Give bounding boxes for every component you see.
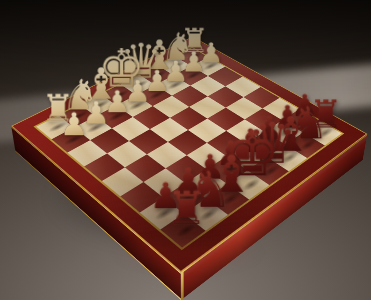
- chess-board[interactable]: ♜♞♝♛♚♝♞♜♟♟♟♟♟♟♟♟♟♟♟♟♟♟♟♟♜♞♝♛♚♝♞♜: [11, 37, 367, 273]
- piece-glyph: ♜: [151, 186, 222, 231]
- chess-photo-scene: ♜♞♝♛♚♝♞♜♟♟♟♟♟♟♟♟♟♟♟♟♟♟♟♟♜♞♝♛♚♝♞♜: [0, 0, 371, 300]
- board-top-surface: ♜♞♝♛♚♝♞♜♟♟♟♟♟♟♟♟♟♟♟♟♟♟♟♟♜♞♝♛♚♝♞♜: [11, 37, 367, 273]
- pieces-layer: ♜♞♝♛♚♝♞♜♟♟♟♟♟♟♟♟♟♟♟♟♟♟♟♟♜♞♝♛♚♝♞♜: [13, 37, 366, 271]
- piece-glyph: ♟: [43, 109, 104, 141]
- box-floor-reflection: [88, 240, 288, 286]
